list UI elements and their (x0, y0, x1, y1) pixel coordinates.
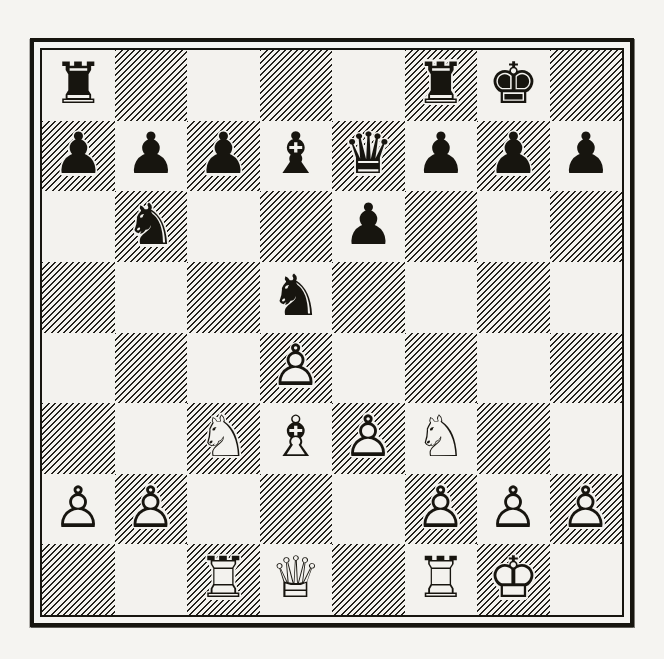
piece-glyph: ♕ (270, 549, 321, 606)
square-f2: ♟♙ (405, 474, 478, 545)
piece-glyph: ♙ (343, 408, 394, 465)
square-h1 (550, 544, 623, 615)
square-d1: ♛♕ (260, 544, 333, 615)
white-pawn-h2: ♟♙ (550, 474, 623, 545)
white-knight-f3: ♞♘ (405, 403, 478, 474)
piece-glyph: ♝ (270, 126, 321, 183)
square-f6 (405, 191, 478, 262)
square-h5 (550, 262, 623, 333)
piece-glyph: ♙ (270, 338, 321, 395)
black-pawn-f7: ♟♟ (405, 121, 478, 192)
square-g5 (477, 262, 550, 333)
black-pawn-c7: ♟♟ (187, 121, 260, 192)
piece-glyph: ♘ (198, 408, 249, 465)
square-e8 (332, 50, 405, 121)
piece-glyph: ♟ (560, 126, 611, 183)
piece-glyph: ♛ (343, 126, 394, 183)
piece-glyph: ♘ (415, 408, 466, 465)
chess-board: ♜♜♜♜♚♚♟♟♟♟♟♟♝♝♛♛♟♟♟♟♟♟♞♞♟♟♞♞♟♙♞♘♝♗♟♙♞♘♟♙… (42, 50, 622, 615)
square-g1: ♚♔ (477, 544, 550, 615)
black-king-g8: ♚♚ (477, 50, 550, 121)
square-b2: ♟♙ (115, 474, 188, 545)
piece-glyph: ♟ (415, 126, 466, 183)
square-h3 (550, 403, 623, 474)
piece-glyph: ♟ (125, 126, 176, 183)
black-bishop-d7: ♝♝ (260, 121, 333, 192)
square-b8 (115, 50, 188, 121)
square-c1: ♜♖ (187, 544, 260, 615)
piece-glyph: ♟ (198, 126, 249, 183)
piece-glyph: ♗ (270, 408, 321, 465)
square-a7: ♟♟ (42, 121, 115, 192)
piece-glyph: ♖ (415, 549, 466, 606)
square-c6 (187, 191, 260, 262)
square-c5 (187, 262, 260, 333)
square-d8 (260, 50, 333, 121)
black-rook-a8: ♜♜ (42, 50, 115, 121)
square-a6 (42, 191, 115, 262)
square-e7: ♛♛ (332, 121, 405, 192)
square-a5 (42, 262, 115, 333)
square-h4 (550, 333, 623, 404)
piece-glyph: ♙ (415, 479, 466, 536)
white-bishop-d3: ♝♗ (260, 403, 333, 474)
square-b7: ♟♟ (115, 121, 188, 192)
white-king-g1: ♚♔ (477, 544, 550, 615)
square-b5 (115, 262, 188, 333)
white-pawn-b2: ♟♙ (115, 474, 188, 545)
square-g8: ♚♚ (477, 50, 550, 121)
square-a1 (42, 544, 115, 615)
square-a2: ♟♙ (42, 474, 115, 545)
black-pawn-e6: ♟♟ (332, 191, 405, 262)
square-e6: ♟♟ (332, 191, 405, 262)
white-pawn-e3: ♟♙ (332, 403, 405, 474)
scanned-page: { "game": "chess", "diagram_style": "pri… (0, 0, 664, 659)
square-b1 (115, 544, 188, 615)
square-b4 (115, 333, 188, 404)
square-d6 (260, 191, 333, 262)
square-e1 (332, 544, 405, 615)
square-d4: ♟♙ (260, 333, 333, 404)
square-f3: ♞♘ (405, 403, 478, 474)
square-d2 (260, 474, 333, 545)
board-inner-border: ♜♜♜♜♚♚♟♟♟♟♟♟♝♝♛♛♟♟♟♟♟♟♞♞♟♟♞♞♟♙♞♘♝♗♟♙♞♘♟♙… (40, 48, 624, 617)
square-h8 (550, 50, 623, 121)
square-g6 (477, 191, 550, 262)
square-g3 (477, 403, 550, 474)
piece-glyph: ♙ (488, 479, 539, 536)
square-f1: ♜♖ (405, 544, 478, 615)
square-c3: ♞♘ (187, 403, 260, 474)
white-knight-c3: ♞♘ (187, 403, 260, 474)
square-a4 (42, 333, 115, 404)
piece-glyph: ♟ (343, 196, 394, 253)
piece-glyph: ♞ (270, 267, 321, 324)
piece-glyph: ♖ (198, 549, 249, 606)
square-a3 (42, 403, 115, 474)
square-c7: ♟♟ (187, 121, 260, 192)
square-e2 (332, 474, 405, 545)
square-b6: ♞♞ (115, 191, 188, 262)
square-f5 (405, 262, 478, 333)
black-knight-b6: ♞♞ (115, 191, 188, 262)
black-queen-e7: ♛♛ (332, 121, 405, 192)
square-f8: ♜♜ (405, 50, 478, 121)
piece-glyph: ♙ (560, 479, 611, 536)
black-pawn-g7: ♟♟ (477, 121, 550, 192)
piece-glyph: ♔ (488, 549, 539, 606)
square-b3 (115, 403, 188, 474)
square-d5: ♞♞ (260, 262, 333, 333)
square-h7: ♟♟ (550, 121, 623, 192)
white-pawn-a2: ♟♙ (42, 474, 115, 545)
square-h2: ♟♙ (550, 474, 623, 545)
square-c4 (187, 333, 260, 404)
white-pawn-f2: ♟♙ (405, 474, 478, 545)
square-c2 (187, 474, 260, 545)
piece-glyph: ♙ (125, 479, 176, 536)
square-a8: ♜♜ (42, 50, 115, 121)
square-f4 (405, 333, 478, 404)
black-pawn-b7: ♟♟ (115, 121, 188, 192)
piece-glyph: ♙ (53, 479, 104, 536)
white-queen-d1: ♛♕ (260, 544, 333, 615)
square-e4 (332, 333, 405, 404)
black-pawn-h7: ♟♟ (550, 121, 623, 192)
square-g4 (477, 333, 550, 404)
piece-glyph: ♜ (53, 55, 104, 112)
square-g7: ♟♟ (477, 121, 550, 192)
white-pawn-d4: ♟♙ (260, 333, 333, 404)
black-pawn-a7: ♟♟ (42, 121, 115, 192)
black-rook-f8: ♜♜ (405, 50, 478, 121)
board-frame: ♜♜♜♜♚♚♟♟♟♟♟♟♝♝♛♛♟♟♟♟♟♟♞♞♟♟♞♞♟♙♞♘♝♗♟♙♞♘♟♙… (30, 38, 634, 627)
square-d7: ♝♝ (260, 121, 333, 192)
square-c8 (187, 50, 260, 121)
white-pawn-g2: ♟♙ (477, 474, 550, 545)
square-g2: ♟♙ (477, 474, 550, 545)
piece-glyph: ♟ (53, 126, 104, 183)
square-f7: ♟♟ (405, 121, 478, 192)
black-knight-d5: ♞♞ (260, 262, 333, 333)
white-rook-f1: ♜♖ (405, 544, 478, 615)
white-rook-c1: ♜♖ (187, 544, 260, 615)
square-h6 (550, 191, 623, 262)
piece-glyph: ♞ (125, 196, 176, 253)
square-e5 (332, 262, 405, 333)
piece-glyph: ♚ (488, 55, 539, 112)
square-d3: ♝♗ (260, 403, 333, 474)
piece-glyph: ♟ (488, 126, 539, 183)
square-e3: ♟♙ (332, 403, 405, 474)
piece-glyph: ♜ (415, 55, 466, 112)
